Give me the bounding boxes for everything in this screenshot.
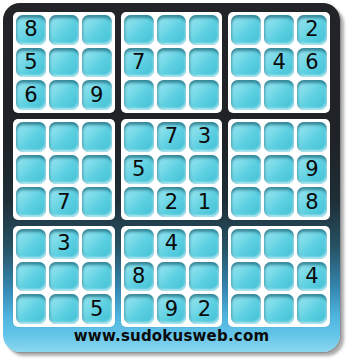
cell-r6c4[interactable] [124, 187, 154, 217]
cell-r8c1[interactable] [16, 262, 46, 292]
cell-r9c8[interactable] [264, 294, 294, 324]
cell-r7c6[interactable] [189, 229, 219, 259]
cell-r4c8[interactable] [264, 122, 294, 152]
cell-r5c3[interactable] [82, 155, 112, 185]
cell-r9c4[interactable] [124, 294, 154, 324]
cell-r9c1[interactable] [16, 294, 46, 324]
box-r3c3: 4 [228, 226, 330, 327]
cell-r7c5[interactable]: 4 [157, 229, 187, 259]
cell-r3c6[interactable] [189, 80, 219, 110]
cell-r1c9[interactable]: 2 [297, 15, 327, 45]
cell-r1c2[interactable] [49, 15, 79, 45]
cell-r5c2[interactable] [49, 155, 79, 185]
sudoku-board: 85697246773521983548924 [13, 12, 330, 327]
cell-r9c2[interactable] [49, 294, 79, 324]
cell-r7c8[interactable] [264, 229, 294, 259]
cell-r9c3[interactable]: 5 [82, 294, 112, 324]
cell-r5c5[interactable] [157, 155, 187, 185]
cell-r6c1[interactable] [16, 187, 46, 217]
cell-r8c8[interactable] [264, 262, 294, 292]
cell-r7c9[interactable] [297, 229, 327, 259]
cell-r9c9[interactable] [297, 294, 327, 324]
cell-r9c7[interactable] [231, 294, 261, 324]
board-frame: 85697246773521983548924 www.sudokusweb.c… [3, 3, 340, 352]
box-r1c2: 7 [121, 12, 223, 113]
box-r1c1: 8569 [13, 12, 115, 113]
cell-r5c1[interactable] [16, 155, 46, 185]
cell-r3c4[interactable] [124, 80, 154, 110]
box-r2c2: 73521 [121, 119, 223, 220]
cell-r7c1[interactable] [16, 229, 46, 259]
cell-r2c7[interactable] [231, 48, 261, 78]
cell-r2c1[interactable]: 5 [16, 48, 46, 78]
box-r1c3: 246 [228, 12, 330, 113]
box-r3c2: 4892 [121, 226, 223, 327]
cell-r9c5[interactable]: 9 [157, 294, 187, 324]
sudoku-app: 85697246773521983548924 www.sudokusweb.c… [0, 0, 350, 360]
cell-r2c9[interactable]: 6 [297, 48, 327, 78]
cell-r4c3[interactable] [82, 122, 112, 152]
cell-r9c6[interactable]: 2 [189, 294, 219, 324]
cell-r1c3[interactable] [82, 15, 112, 45]
cell-r5c8[interactable] [264, 155, 294, 185]
cell-r4c7[interactable] [231, 122, 261, 152]
cell-r3c9[interactable] [297, 80, 327, 110]
cell-r8c7[interactable] [231, 262, 261, 292]
cell-r8c4[interactable]: 8 [124, 262, 154, 292]
cell-r2c2[interactable] [49, 48, 79, 78]
cell-r7c3[interactable] [82, 229, 112, 259]
cell-r8c3[interactable] [82, 262, 112, 292]
cell-r3c2[interactable] [49, 80, 79, 110]
cell-r3c3[interactable]: 9 [82, 80, 112, 110]
cell-r3c1[interactable]: 6 [16, 80, 46, 110]
cell-r4c2[interactable] [49, 122, 79, 152]
cell-r7c7[interactable] [231, 229, 261, 259]
cell-r3c5[interactable] [157, 80, 187, 110]
cell-r6c7[interactable] [231, 187, 261, 217]
cell-r1c6[interactable] [189, 15, 219, 45]
cell-r8c6[interactable] [189, 262, 219, 292]
box-r2c3: 98 [228, 119, 330, 220]
cell-r8c2[interactable] [49, 262, 79, 292]
cell-r8c9[interactable]: 4 [297, 262, 327, 292]
cell-r7c2[interactable]: 3 [49, 229, 79, 259]
cell-r4c5[interactable]: 7 [157, 122, 187, 152]
box-r2c1: 7 [13, 119, 115, 220]
cell-r2c3[interactable] [82, 48, 112, 78]
cell-r5c4[interactable]: 5 [124, 155, 154, 185]
cell-r1c8[interactable] [264, 15, 294, 45]
cell-r6c5[interactable]: 2 [157, 187, 187, 217]
cell-r4c6[interactable]: 3 [189, 122, 219, 152]
cell-r4c1[interactable] [16, 122, 46, 152]
cell-r2c8[interactable]: 4 [264, 48, 294, 78]
cell-r3c7[interactable] [231, 80, 261, 110]
cell-r6c9[interactable]: 8 [297, 187, 327, 217]
cell-r4c4[interactable] [124, 122, 154, 152]
cell-r1c7[interactable] [231, 15, 261, 45]
cell-r1c5[interactable] [157, 15, 187, 45]
cell-r6c8[interactable] [264, 187, 294, 217]
cell-r5c6[interactable] [189, 155, 219, 185]
cell-r4c9[interactable] [297, 122, 327, 152]
cell-r5c7[interactable] [231, 155, 261, 185]
site-watermark: www.sudokusweb.com [3, 327, 340, 345]
cell-r5c9[interactable]: 9 [297, 155, 327, 185]
cell-r8c5[interactable] [157, 262, 187, 292]
cell-r6c3[interactable] [82, 187, 112, 217]
cell-r1c1[interactable]: 8 [16, 15, 46, 45]
cell-r2c6[interactable] [189, 48, 219, 78]
cell-r1c4[interactable] [124, 15, 154, 45]
cell-r2c5[interactable] [157, 48, 187, 78]
cell-r2c4[interactable]: 7 [124, 48, 154, 78]
cell-r7c4[interactable] [124, 229, 154, 259]
box-r3c1: 35 [13, 226, 115, 327]
cell-r3c8[interactable] [264, 80, 294, 110]
cell-r6c6[interactable]: 1 [189, 187, 219, 217]
cell-r6c2[interactable]: 7 [49, 187, 79, 217]
